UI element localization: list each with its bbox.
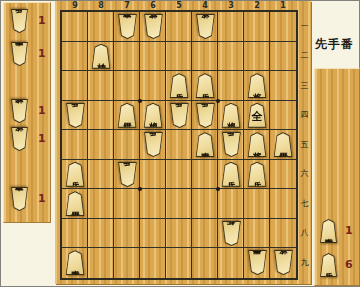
piece-kanji: 金将	[201, 26, 210, 28]
piece-face: 香車	[196, 133, 215, 156]
shogi-piece-sente-silver[interactable]: 銀将	[221, 103, 242, 128]
piece-kanji: 歩兵	[175, 85, 184, 87]
piece-kanji: 歩兵	[71, 114, 80, 116]
board-cell[interactable]	[192, 189, 218, 219]
board-cell[interactable]	[218, 248, 244, 278]
shogi-piece-sente-promoted-knight[interactable]: 成桂	[91, 44, 112, 69]
shogi-piece-sente-pawn[interactable]: 歩兵	[319, 253, 338, 277]
shogi-piece-sente-lance[interactable]: 香車	[65, 250, 86, 275]
board-cell[interactable]	[62, 71, 88, 101]
shogi-piece-gote-gold[interactable]: 金将	[10, 127, 29, 151]
board-cell[interactable]	[270, 42, 296, 72]
gote-captured-pieces-tray: 歩兵1香車1銀将1金将1飛車1	[3, 2, 51, 223]
board-cell[interactable]	[244, 12, 270, 42]
board-cell[interactable]	[166, 248, 192, 278]
board-cell[interactable]	[114, 71, 140, 101]
piece-kanji: 成桂	[97, 55, 106, 57]
board-cell[interactable]	[166, 42, 192, 72]
piece-kanji: 香車	[201, 144, 210, 146]
board-cell[interactable]	[270, 101, 296, 131]
board-cell[interactable]	[88, 130, 114, 160]
shogi-piece-sente-pawn[interactable]: 歩兵	[195, 73, 216, 98]
piece-kanji: 歩兵	[201, 85, 210, 87]
shogi-piece-sente-lance[interactable]: 香車	[319, 219, 338, 243]
piece-face: 歩兵	[222, 163, 241, 186]
file-label: 5	[166, 2, 192, 10]
rank-label: 四	[298, 110, 311, 120]
piece-kanji: 金将	[15, 138, 24, 140]
board-cell[interactable]	[62, 42, 88, 72]
rank-label: 五	[298, 140, 311, 150]
shogi-piece-sente-knight[interactable]: 桂馬	[65, 191, 86, 216]
shogi-piece-sente-pawn[interactable]: 歩兵	[169, 73, 190, 98]
board-cell[interactable]	[192, 248, 218, 278]
star-point	[216, 187, 220, 191]
piece-kanji: 銀将	[15, 110, 24, 112]
file-label: 6	[140, 2, 166, 10]
shogi-piece-gote-pawn[interactable]: 歩兵	[169, 103, 190, 128]
board-cell[interactable]	[192, 42, 218, 72]
rank-label: 三	[298, 81, 311, 91]
shogi-piece-gote-gold[interactable]: 金将	[273, 250, 294, 275]
board-cell[interactable]	[114, 42, 140, 72]
board-cell[interactable]	[218, 42, 244, 72]
star-point	[138, 187, 142, 191]
board-cell[interactable]	[270, 160, 296, 190]
board-cell[interactable]	[114, 130, 140, 160]
board-cell[interactable]	[166, 160, 192, 190]
board-cell[interactable]	[244, 189, 270, 219]
shogi-piece-sente-pawn[interactable]: 歩兵	[65, 162, 86, 187]
shogi-app-window: 歩兵1香車1銀将1金将1飛車1 987654321一二三四五六七八九飛車王将金将…	[0, 0, 360, 287]
rank-label: 一	[298, 22, 311, 32]
piece-kanji: 歩兵	[201, 114, 210, 116]
rank-label: 八	[298, 228, 311, 238]
piece-kanji: 歩兵	[15, 20, 24, 22]
board-cell[interactable]	[166, 189, 192, 219]
piece-face: 全	[248, 104, 267, 127]
board-cell[interactable]	[270, 219, 296, 249]
piece-face: 歩兵	[170, 74, 189, 97]
shogi-piece-gote-pawn[interactable]: 歩兵	[143, 132, 164, 157]
board-cell[interactable]	[88, 71, 114, 101]
board-cell[interactable]	[270, 189, 296, 219]
piece-face: 桂馬	[66, 192, 85, 215]
board-cell[interactable]	[88, 248, 114, 278]
board-cell[interactable]	[88, 189, 114, 219]
file-label: 3	[218, 2, 244, 10]
board-cell[interactable]	[88, 160, 114, 190]
piece-face: 銀将	[11, 100, 28, 122]
board-cell[interactable]	[140, 42, 166, 72]
board-cell[interactable]	[192, 219, 218, 249]
piece-kanji: 香車	[71, 262, 80, 264]
sente-captured-pieces-tray: 香車1歩兵6	[314, 68, 360, 286]
piece-kanji: 全	[252, 108, 263, 122]
hand-count: 1	[38, 193, 46, 205]
shogi-piece-gote-lance[interactable]: 香車	[10, 42, 29, 66]
file-label: 7	[114, 2, 140, 10]
board-cell[interactable]	[62, 130, 88, 160]
piece-kanji: 歩兵	[324, 264, 333, 266]
file-label: 8	[88, 2, 114, 10]
piece-kanji: 歩兵	[175, 114, 184, 116]
piece-face: 銀将	[144, 104, 163, 127]
piece-face: 歩兵	[248, 163, 267, 186]
piece-face: 歩兵	[11, 10, 28, 32]
board-cell[interactable]	[244, 42, 270, 72]
shogi-piece-gote-pawn[interactable]: 歩兵	[10, 9, 29, 33]
piece-kanji: 桂馬	[71, 203, 80, 205]
shogi-piece-sente-pawn[interactable]: 歩兵	[247, 162, 268, 187]
piece-face: 香車	[320, 220, 337, 242]
shogi-piece-sente-knight[interactable]: 桂馬	[273, 132, 294, 157]
rank-label: 七	[298, 199, 311, 209]
rank-label: 六	[298, 169, 311, 179]
file-label: 9	[62, 2, 88, 10]
shogi-piece-gote-rook[interactable]: 飛車	[117, 14, 138, 39]
piece-face: 桂馬	[274, 133, 293, 156]
board-cell[interactable]	[270, 12, 296, 42]
piece-face: 桂馬	[118, 104, 137, 127]
piece-face: 金将	[11, 128, 28, 150]
board-cell[interactable]	[218, 12, 244, 42]
piece-kanji: 角行	[227, 232, 236, 234]
rank-label: 九	[298, 258, 311, 268]
board-cell[interactable]	[140, 219, 166, 249]
board-cell[interactable]	[88, 101, 114, 131]
piece-face: 歩兵	[66, 163, 85, 186]
shogi-piece-sente-king[interactable]: 玉将	[247, 132, 268, 157]
piece-kanji: 飛車	[123, 26, 132, 28]
shogi-piece-sente-promoted-silver[interactable]: 全	[247, 103, 268, 128]
piece-kanji: 香車	[324, 230, 333, 232]
shogi-board-panel: 987654321一二三四五六七八九飛車王将金将成桂歩兵歩兵金将歩兵桂馬銀将歩兵…	[55, 1, 311, 284]
shogi-piece-sente-pawn[interactable]: 歩兵	[221, 162, 242, 187]
hand-count: 1	[38, 105, 46, 117]
piece-face: 香車	[66, 251, 85, 274]
piece-kanji: 金将	[253, 85, 262, 87]
board-cell[interactable]	[166, 12, 192, 42]
board-cell[interactable]	[166, 219, 192, 249]
piece-face: 香車	[11, 43, 28, 65]
piece-kanji: 歩兵	[227, 144, 236, 146]
piece-kanji: 歩兵	[149, 144, 158, 146]
board-cell[interactable]	[62, 12, 88, 42]
star-point	[138, 99, 142, 103]
piece-kanji: 桂馬	[123, 114, 132, 116]
piece-kanji: 王将	[149, 26, 158, 28]
board-cell[interactable]	[140, 248, 166, 278]
shogi-piece-gote-pawn[interactable]: 歩兵	[195, 103, 216, 128]
board-cell[interactable]	[218, 71, 244, 101]
piece-kanji: 歩兵	[253, 173, 262, 175]
shogi-piece-sente-gold[interactable]: 金将	[247, 73, 268, 98]
piece-kanji: 歩兵	[123, 173, 132, 175]
hand-count: 6	[345, 259, 353, 271]
piece-face: 銀将	[222, 104, 241, 127]
board-cell[interactable]	[114, 219, 140, 249]
piece-kanji: 桂馬	[279, 144, 288, 146]
file-label: 4	[192, 2, 218, 10]
piece-kanji: 飛車	[15, 198, 24, 200]
shogi-piece-sente-knight[interactable]: 桂馬	[117, 103, 138, 128]
shogi-piece-gote-gold[interactable]: 金将	[195, 14, 216, 39]
shogi-piece-gote-pawn[interactable]: 歩兵	[117, 162, 138, 187]
piece-kanji: 金将	[279, 262, 288, 264]
piece-face: 歩兵	[196, 74, 215, 97]
hand-count: 1	[345, 225, 353, 237]
board-cell[interactable]	[270, 71, 296, 101]
board-cell[interactable]	[114, 248, 140, 278]
file-label: 1	[270, 2, 296, 10]
shogi-piece-sente-silver[interactable]: 銀将	[143, 103, 164, 128]
board-cell[interactable]	[244, 219, 270, 249]
shogi-piece-gote-promoted-bishop[interactable]: 竜馬	[247, 250, 268, 275]
piece-face: 歩兵	[320, 254, 337, 276]
piece-kanji: 銀将	[149, 114, 158, 116]
board-cell[interactable]	[88, 12, 114, 42]
file-label: 2	[244, 2, 270, 10]
turn-indicator: 先手番	[315, 36, 360, 53]
piece-kanji: 銀将	[227, 114, 236, 116]
shogi-piece-gote-rook[interactable]: 飛車	[10, 187, 29, 211]
hand-count: 1	[38, 15, 46, 27]
shogi-piece-gote-king[interactable]: 王将	[143, 14, 164, 39]
hand-count: 1	[38, 133, 46, 145]
piece-kanji: 香車	[15, 53, 24, 55]
piece-face: 飛車	[11, 188, 28, 210]
shogi-piece-gote-bishop[interactable]: 角行	[221, 221, 242, 246]
piece-face: 成桂	[92, 45, 111, 68]
star-point	[216, 99, 220, 103]
hand-count: 1	[38, 48, 46, 60]
board-cell[interactable]	[140, 71, 166, 101]
piece-face: 金将	[248, 74, 267, 97]
piece-kanji: 玉将	[253, 144, 262, 146]
board-cell[interactable]	[88, 219, 114, 249]
board-cell[interactable]	[140, 189, 166, 219]
piece-kanji: 竜馬	[253, 262, 262, 264]
board-cell[interactable]	[140, 160, 166, 190]
rank-label: 二	[298, 51, 311, 61]
shogi-piece-gote-pawn[interactable]: 歩兵	[65, 103, 86, 128]
shogi-piece-gote-silver[interactable]: 銀将	[10, 99, 29, 123]
piece-kanji: 歩兵	[71, 173, 80, 175]
board-cell[interactable]	[114, 189, 140, 219]
shogi-piece-gote-pawn[interactable]: 歩兵	[221, 132, 242, 157]
board-cell[interactable]	[166, 130, 192, 160]
board-cell[interactable]	[218, 189, 244, 219]
piece-kanji: 歩兵	[227, 173, 236, 175]
board-cell[interactable]	[62, 219, 88, 249]
piece-face: 玉将	[248, 133, 267, 156]
shogi-piece-sente-lance[interactable]: 香車	[195, 132, 216, 157]
board-cell[interactable]	[192, 160, 218, 190]
